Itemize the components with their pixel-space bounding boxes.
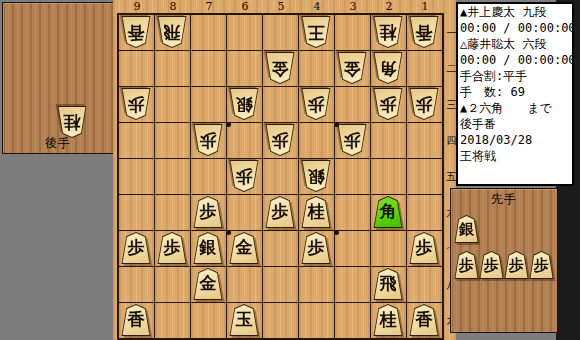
piece-kanji: 香: [121, 311, 151, 328]
square-1七[interactable]: 歩: [407, 231, 442, 266]
square-9三[interactable]: 歩: [119, 87, 154, 122]
square-6四[interactable]: [227, 123, 262, 158]
square-3九[interactable]: [335, 303, 370, 338]
piece-kanji: 歩: [373, 96, 403, 113]
shogi-piece-gote-金[interactable]: 金: [265, 52, 295, 84]
square-3七[interactable]: [335, 231, 370, 266]
square-8九[interactable]: [155, 303, 190, 338]
file-label-8: 8: [155, 0, 191, 13]
square-4一[interactable]: 王: [299, 15, 334, 50]
shogi-piece-sente-歩[interactable]: 歩: [301, 232, 331, 264]
square-1二[interactable]: [407, 51, 442, 86]
gote-captured-pieces-tray: 後手 桂: [2, 2, 114, 154]
piece-kanji: 銀: [454, 221, 479, 236]
star-point: [334, 122, 339, 127]
square-5八[interactable]: [263, 267, 298, 302]
panel-line-2: 00:00 / 00:00:00: [458, 20, 572, 36]
shogi-piece-sente-歩[interactable]: 歩: [479, 251, 504, 279]
square-4七[interactable]: 歩: [299, 231, 334, 266]
square-8四[interactable]: [155, 123, 190, 158]
file-label-5: 5: [263, 0, 299, 13]
piece-kanji: 香: [409, 24, 439, 41]
square-5九[interactable]: [263, 303, 298, 338]
shogi-piece-sente-歩[interactable]: 歩: [409, 232, 439, 264]
square-1四[interactable]: [407, 123, 442, 158]
file-label-4: 4: [299, 0, 335, 13]
square-9八[interactable]: [119, 267, 154, 302]
panel-line-8: 後手番: [458, 116, 572, 132]
panel-line-4: 00:00 / 00:00:00: [458, 52, 572, 68]
file-label-9: 9: [119, 0, 155, 13]
shogi-piece-sente-桂[interactable]: 桂: [373, 304, 403, 336]
shogi-piece-gote-銀[interactable]: 銀: [229, 88, 259, 120]
square-3八[interactable]: [335, 267, 370, 302]
square-2九[interactable]: 桂: [371, 303, 406, 338]
square-9九[interactable]: 香: [119, 303, 154, 338]
square-1八[interactable]: [407, 267, 442, 302]
shogi-piece-sente-歩[interactable]: 歩: [265, 196, 295, 228]
shogi-piece-sente-金[interactable]: 金: [229, 232, 259, 264]
star-point: [226, 122, 231, 127]
panel-line-7: ▲２六角 まで: [458, 100, 572, 116]
shogi-piece-sente-桂[interactable]: 桂: [301, 196, 331, 228]
piece-kanji: 歩: [121, 96, 151, 113]
piece-kanji: 歩: [193, 203, 223, 220]
square-4六[interactable]: 桂: [299, 195, 334, 230]
square-8五[interactable]: [155, 159, 190, 194]
square-1五[interactable]: [407, 159, 442, 194]
square-9一[interactable]: 香: [119, 15, 154, 50]
panel-line-6: 手 数: 69: [458, 84, 572, 100]
shogi-piece-sente-歩[interactable]: 歩: [504, 251, 529, 279]
square-2四[interactable]: [371, 123, 406, 158]
shogi-piece-gote-歩[interactable]: 歩: [265, 124, 295, 156]
square-5六[interactable]: 歩: [263, 195, 298, 230]
shogi-piece-sente-玉[interactable]: 玉: [229, 304, 259, 336]
shogi-piece-sente-角[interactable]: 角: [373, 196, 403, 228]
panel-line-10: 王将戦: [458, 148, 572, 164]
piece-kanji: 桂: [301, 203, 331, 220]
square-1三[interactable]: 歩: [407, 87, 442, 122]
piece-kanji: 飛: [157, 24, 187, 41]
square-1六[interactable]: [407, 195, 442, 230]
piece-kanji: 歩: [479, 257, 504, 272]
square-2五[interactable]: [371, 159, 406, 194]
piece-kanji: 歩: [157, 239, 187, 256]
square-8七[interactable]: 歩: [155, 231, 190, 266]
square-7九[interactable]: [191, 303, 226, 338]
shogi-piece-gote-桂[interactable]: 桂: [57, 106, 87, 138]
square-7四[interactable]: 歩: [191, 123, 226, 158]
square-6一[interactable]: [227, 15, 262, 50]
file-label-2: 2: [371, 0, 407, 13]
shogi-piece-gote-香[interactable]: 香: [121, 16, 151, 48]
shogi-piece-sente-香[interactable]: 香: [409, 304, 439, 336]
file-label-3: 3: [335, 0, 371, 13]
piece-kanji: 歩: [229, 168, 259, 185]
file-label-1: 1: [407, 0, 443, 13]
square-9七[interactable]: 歩: [119, 231, 154, 266]
square-6五[interactable]: 歩: [227, 159, 262, 194]
square-9六[interactable]: [119, 195, 154, 230]
square-7八[interactable]: 金: [191, 267, 226, 302]
shogi-piece-gote-香[interactable]: 香: [409, 16, 439, 48]
square-2八[interactable]: 飛: [371, 267, 406, 302]
square-5四[interactable]: 歩: [263, 123, 298, 158]
piece-kanji: 銀: [193, 239, 223, 256]
square-5七[interactable]: [263, 231, 298, 266]
square-5三[interactable]: [263, 87, 298, 122]
shogi-piece-gote-歩[interactable]: 歩: [193, 124, 223, 156]
piece-kanji: 玉: [229, 311, 259, 328]
square-3六[interactable]: [335, 195, 370, 230]
square-3一[interactable]: [335, 15, 370, 50]
piece-kanji: 歩: [337, 132, 367, 149]
square-9四[interactable]: [119, 123, 154, 158]
square-4四[interactable]: [299, 123, 334, 158]
shogi-piece-gote-銀[interactable]: 銀: [301, 160, 331, 192]
square-2一[interactable]: 桂: [371, 15, 406, 50]
shogi-piece-gote-桂[interactable]: 桂: [373, 16, 403, 48]
game-info-panel: ▲井上慶太 九段00:00 / 00:00:00△藤井聡太 六段00:00 / …: [456, 2, 574, 186]
piece-kanji: 角: [373, 203, 403, 220]
square-6七[interactable]: 金: [227, 231, 262, 266]
shogi-piece-sente-歩[interactable]: 歩: [454, 251, 479, 279]
square-9五[interactable]: [119, 159, 154, 194]
panel-line-3: △藤井聡太 六段: [458, 36, 572, 52]
shogi-piece-sente-銀[interactable]: 銀: [454, 215, 479, 243]
square-5二[interactable]: 金: [263, 51, 298, 86]
square-8二[interactable]: [155, 51, 190, 86]
piece-kanji: 金: [193, 275, 223, 292]
piece-kanji: 歩: [409, 96, 439, 113]
square-2七[interactable]: [371, 231, 406, 266]
piece-kanji: 桂: [373, 24, 403, 41]
shogi-piece-sente-香[interactable]: 香: [121, 304, 151, 336]
piece-kanji: 歩: [529, 257, 554, 272]
square-6三[interactable]: 銀: [227, 87, 262, 122]
square-4三[interactable]: 歩: [299, 87, 334, 122]
piece-kanji: 角: [373, 60, 403, 77]
square-7六[interactable]: 歩: [191, 195, 226, 230]
square-7一[interactable]: [191, 15, 226, 50]
square-9二[interactable]: [119, 51, 154, 86]
square-7三[interactable]: [191, 87, 226, 122]
square-7二[interactable]: [191, 51, 226, 86]
square-6八[interactable]: [227, 267, 262, 302]
square-2六[interactable]: 角: [371, 195, 406, 230]
piece-kanji: 銀: [301, 168, 331, 185]
piece-kanji: 歩: [301, 96, 331, 113]
piece-kanji: 金: [229, 239, 259, 256]
piece-kanji: 歩: [454, 257, 479, 272]
square-2三[interactable]: 歩: [371, 87, 406, 122]
shogi-piece-gote-角[interactable]: 角: [373, 52, 403, 84]
shogi-piece-gote-金[interactable]: 金: [337, 52, 367, 84]
shogi-piece-sente-銀[interactable]: 銀: [193, 232, 223, 264]
piece-kanji: 歩: [121, 239, 151, 256]
shogi-piece-gote-歩[interactable]: 歩: [409, 88, 439, 120]
square-4八[interactable]: [299, 267, 334, 302]
star-point: [226, 230, 231, 235]
shogi-piece-gote-歩[interactable]: 歩: [229, 160, 259, 192]
shogi-piece-gote-王[interactable]: 王: [301, 16, 331, 48]
square-3五[interactable]: [335, 159, 370, 194]
file-label-6: 6: [227, 0, 263, 13]
square-6六[interactable]: [227, 195, 262, 230]
square-1九[interactable]: 香: [407, 303, 442, 338]
piece-kanji: 歩: [301, 239, 331, 256]
piece-kanji: 歩: [193, 132, 223, 149]
piece-kanji: 香: [121, 24, 151, 41]
shogi-piece-gote-歩[interactable]: 歩: [121, 88, 151, 120]
square-1一[interactable]: 香: [407, 15, 442, 50]
piece-kanji: 桂: [373, 311, 403, 328]
square-2二[interactable]: 角: [371, 51, 406, 86]
square-5五[interactable]: [263, 159, 298, 194]
square-3四[interactable]: 歩: [335, 123, 370, 158]
piece-kanji: 王: [301, 24, 331, 41]
square-8八[interactable]: [155, 267, 190, 302]
star-point: [334, 230, 339, 235]
shogi-app-window: { "game": "shogi", "position": { "sfen":…: [0, 0, 580, 340]
sente-tray-label: 先手: [451, 191, 557, 208]
square-5一[interactable]: [263, 15, 298, 50]
shogi-piece-sente-飛[interactable]: 飛: [373, 268, 403, 300]
sente-captured-pieces-tray: 先手 銀歩歩歩歩: [450, 188, 558, 333]
piece-kanji: 歩: [265, 203, 295, 220]
file-label-7: 7: [191, 0, 227, 13]
square-4九[interactable]: [299, 303, 334, 338]
square-8六[interactable]: [155, 195, 190, 230]
piece-kanji: 飛: [373, 275, 403, 292]
shogi-piece-gote-歩[interactable]: 歩: [373, 88, 403, 120]
shogi-piece-gote-歩[interactable]: 歩: [337, 124, 367, 156]
shogi-piece-sente-歩[interactable]: 歩: [193, 196, 223, 228]
square-7七[interactable]: 銀: [191, 231, 226, 266]
piece-kanji: 歩: [265, 132, 295, 149]
panel-line-9: 2018/03/28: [458, 132, 572, 148]
panel-line-5: 手合割:平手: [458, 68, 572, 84]
shogi-board: 987654321 香飛王桂香金金角歩銀歩歩歩歩歩歩歩銀歩歩桂角歩歩銀金歩歩金飛…: [113, 0, 456, 340]
square-4二[interactable]: [299, 51, 334, 86]
piece-kanji: 銀: [229, 96, 259, 113]
square-4五[interactable]: 銀: [299, 159, 334, 194]
shogi-piece-gote-飛[interactable]: 飛: [157, 16, 187, 48]
piece-kanji: 歩: [409, 239, 439, 256]
piece-kanji: 金: [265, 60, 295, 77]
panel-line-1: ▲井上慶太 九段: [458, 4, 572, 20]
square-8一[interactable]: 飛: [155, 15, 190, 50]
square-6九[interactable]: 玉: [227, 303, 262, 338]
piece-kanji: 歩: [504, 257, 529, 272]
piece-kanji: 香: [409, 311, 439, 328]
piece-kanji: 金: [337, 60, 367, 77]
square-3三[interactable]: [335, 87, 370, 122]
shogi-piece-gote-歩[interactable]: 歩: [301, 88, 331, 120]
square-6二[interactable]: [227, 51, 262, 86]
shogi-piece-sente-歩[interactable]: 歩: [121, 232, 151, 264]
shogi-piece-sente-金[interactable]: 金: [193, 268, 223, 300]
square-8三[interactable]: [155, 87, 190, 122]
square-7五[interactable]: [191, 159, 226, 194]
square-3二[interactable]: 金: [335, 51, 370, 86]
shogi-piece-sente-歩[interactable]: 歩: [529, 251, 554, 279]
shogi-piece-sente-歩[interactable]: 歩: [157, 232, 187, 264]
piece-kanji: 桂: [57, 114, 87, 131]
board-grid: 香飛王桂香金金角歩銀歩歩歩歩歩歩歩銀歩歩桂角歩歩銀金歩歩金飛香玉桂香: [117, 13, 444, 340]
